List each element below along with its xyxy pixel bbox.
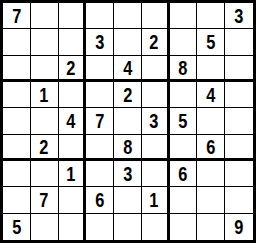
cell-r4c4[interactable] bbox=[86, 82, 114, 108]
given-digit: 9 bbox=[235, 216, 244, 237]
cell-r2c3[interactable] bbox=[59, 29, 87, 55]
given-digit: 4 bbox=[123, 57, 132, 78]
cell-r8c9[interactable] bbox=[225, 187, 253, 213]
cell-r9c6[interactable] bbox=[142, 214, 170, 240]
cell-r2c7[interactable] bbox=[170, 29, 198, 55]
cell-r7c3[interactable]: 1 bbox=[59, 161, 87, 187]
cell-r9c5[interactable] bbox=[114, 214, 142, 240]
cell-r5c6[interactable]: 3 bbox=[142, 108, 170, 134]
cell-r3c8[interactable] bbox=[197, 56, 225, 82]
cell-r1c4[interactable] bbox=[86, 3, 114, 29]
cell-r4c9[interactable] bbox=[225, 82, 253, 108]
cell-r5c5[interactable] bbox=[114, 108, 142, 134]
given-digit: 5 bbox=[178, 110, 187, 131]
cell-r5c2[interactable] bbox=[31, 108, 59, 134]
cell-r1c8[interactable] bbox=[197, 3, 225, 29]
cell-r6c6[interactable] bbox=[142, 135, 170, 161]
cell-r3c4[interactable] bbox=[86, 56, 114, 82]
cell-r1c6[interactable] bbox=[142, 3, 170, 29]
cell-r6c4[interactable] bbox=[86, 135, 114, 161]
given-digit: 1 bbox=[150, 189, 159, 210]
given-digit: 2 bbox=[40, 136, 49, 157]
cell-r4c5[interactable]: 2 bbox=[114, 82, 142, 108]
cell-r7c4[interactable] bbox=[86, 161, 114, 187]
cell-r3c9[interactable] bbox=[225, 56, 253, 82]
given-digit: 3 bbox=[123, 163, 132, 184]
cell-r2c5[interactable] bbox=[114, 29, 142, 55]
cell-r6c1[interactable] bbox=[3, 135, 31, 161]
cell-r3c2[interactable] bbox=[31, 56, 59, 82]
cell-r1c2[interactable] bbox=[31, 3, 59, 29]
given-digit: 7 bbox=[95, 110, 104, 131]
cell-r2c4[interactable]: 3 bbox=[86, 29, 114, 55]
cell-r4c2[interactable]: 1 bbox=[31, 82, 59, 108]
cell-r3c6[interactable] bbox=[142, 56, 170, 82]
given-digit: 5 bbox=[206, 31, 215, 52]
cell-r8c7[interactable] bbox=[170, 187, 198, 213]
given-digit: 7 bbox=[12, 5, 21, 26]
cell-r4c8[interactable]: 4 bbox=[197, 82, 225, 108]
cell-r3c1[interactable] bbox=[3, 56, 31, 82]
given-digit: 8 bbox=[178, 57, 187, 78]
cell-r9c3[interactable] bbox=[59, 214, 87, 240]
cell-r2c1[interactable] bbox=[3, 29, 31, 55]
cell-r2c9[interactable] bbox=[225, 29, 253, 55]
cell-r4c6[interactable] bbox=[142, 82, 170, 108]
cell-r5c9[interactable] bbox=[225, 108, 253, 134]
given-digit: 2 bbox=[66, 57, 75, 78]
cell-r7c6[interactable] bbox=[142, 161, 170, 187]
cell-r4c1[interactable] bbox=[3, 82, 31, 108]
cell-r1c5[interactable] bbox=[114, 3, 142, 29]
given-digit: 6 bbox=[206, 136, 215, 157]
cell-r8c5[interactable] bbox=[114, 187, 142, 213]
given-digit: 5 bbox=[12, 216, 21, 237]
cell-r4c7[interactable] bbox=[170, 82, 198, 108]
cell-r8c2[interactable]: 7 bbox=[31, 187, 59, 213]
cell-r8c6[interactable]: 1 bbox=[142, 187, 170, 213]
cell-r7c2[interactable] bbox=[31, 161, 59, 187]
given-digit: 7 bbox=[40, 189, 49, 210]
cell-r5c8[interactable] bbox=[197, 108, 225, 134]
cell-r9c1[interactable]: 5 bbox=[3, 214, 31, 240]
given-digit: 3 bbox=[235, 5, 244, 26]
cell-r6c2[interactable]: 2 bbox=[31, 135, 59, 161]
given-digit: 3 bbox=[150, 110, 159, 131]
cell-r7c8[interactable] bbox=[197, 161, 225, 187]
cell-r3c5[interactable]: 4 bbox=[114, 56, 142, 82]
cell-r8c8[interactable] bbox=[197, 187, 225, 213]
cell-r9c9[interactable]: 9 bbox=[225, 214, 253, 240]
cell-r6c3[interactable] bbox=[59, 135, 87, 161]
cell-r5c1[interactable] bbox=[3, 108, 31, 134]
cell-r3c7[interactable]: 8 bbox=[170, 56, 198, 82]
cell-r1c3[interactable] bbox=[59, 3, 87, 29]
cell-r8c1[interactable] bbox=[3, 187, 31, 213]
given-digit: 1 bbox=[40, 84, 49, 105]
cell-r3c3[interactable]: 2 bbox=[59, 56, 87, 82]
cell-r7c7[interactable]: 6 bbox=[170, 161, 198, 187]
cell-r4c3[interactable] bbox=[59, 82, 87, 108]
cell-r7c9[interactable] bbox=[225, 161, 253, 187]
cell-r1c7[interactable] bbox=[170, 3, 198, 29]
cell-r8c3[interactable] bbox=[59, 187, 87, 213]
cell-r2c6[interactable]: 2 bbox=[142, 29, 170, 55]
cell-r6c8[interactable]: 6 bbox=[197, 135, 225, 161]
cell-r2c2[interactable] bbox=[31, 29, 59, 55]
cell-r1c1[interactable]: 7 bbox=[3, 3, 31, 29]
cell-r9c7[interactable] bbox=[170, 214, 198, 240]
cell-r5c3[interactable]: 4 bbox=[59, 108, 87, 134]
cell-r6c7[interactable] bbox=[170, 135, 198, 161]
cell-r6c5[interactable]: 8 bbox=[114, 135, 142, 161]
given-digit: 2 bbox=[123, 84, 132, 105]
cell-r1c9[interactable]: 3 bbox=[225, 3, 253, 29]
sudoku-board: 73325248124473528613676159 bbox=[0, 0, 256, 243]
given-digit: 6 bbox=[178, 163, 187, 184]
cell-r7c5[interactable]: 3 bbox=[114, 161, 142, 187]
cell-r9c4[interactable] bbox=[86, 214, 114, 240]
cell-r5c7[interactable]: 5 bbox=[170, 108, 198, 134]
given-digit: 4 bbox=[206, 84, 215, 105]
given-digit: 2 bbox=[150, 31, 159, 52]
cell-r5c4[interactable]: 7 bbox=[86, 108, 114, 134]
given-digit: 6 bbox=[95, 189, 104, 210]
cell-r9c2[interactable] bbox=[31, 214, 59, 240]
given-digit: 3 bbox=[95, 31, 104, 52]
cell-r2c8[interactable]: 5 bbox=[197, 29, 225, 55]
given-digit: 1 bbox=[66, 163, 75, 184]
cell-r7c1[interactable] bbox=[3, 161, 31, 187]
given-digit: 4 bbox=[66, 110, 75, 131]
cell-r9c8[interactable] bbox=[197, 214, 225, 240]
cell-r8c4[interactable]: 6 bbox=[86, 187, 114, 213]
cell-r6c9[interactable] bbox=[225, 135, 253, 161]
given-digit: 8 bbox=[123, 136, 132, 157]
